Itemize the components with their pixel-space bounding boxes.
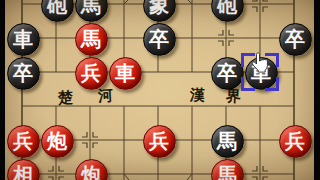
xiangqi-board: 楚河 漢界 砲馬象砲車馬卒卒卒兵車卒車兵炮兵馬兵相炮馬 [0, 0, 320, 180]
letterbox-bar-left [0, 0, 5, 180]
piece-black-soldier[interactable]: 卒 [143, 23, 176, 56]
piece-black-horse[interactable]: 馬 [211, 125, 244, 158]
piece-red-soldier[interactable]: 兵 [143, 125, 176, 158]
letterbox-bar-right [314, 0, 320, 180]
piece-red-chariot[interactable]: 車 [109, 57, 142, 90]
piece-red-soldier[interactable]: 兵 [75, 57, 108, 90]
piece-red-cannon[interactable]: 炮 [41, 125, 74, 158]
hand-cursor-icon [251, 52, 268, 73]
piece-red-soldier[interactable]: 兵 [7, 125, 40, 158]
piece-black-chariot[interactable]: 車 [7, 23, 40, 56]
piece-black-soldier[interactable]: 卒 [211, 57, 244, 90]
piece-black-soldier[interactable]: 卒 [279, 23, 312, 56]
piece-black-soldier[interactable]: 卒 [7, 57, 40, 90]
piece-red-soldier[interactable]: 兵 [279, 125, 312, 158]
piece-red-horse[interactable]: 馬 [75, 23, 108, 56]
